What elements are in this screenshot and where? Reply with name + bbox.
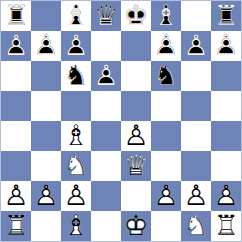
piece-fill-glyph: ♜ — [211, 1, 241, 31]
piece-fill-glyph: ♟ — [211, 31, 241, 61]
square-h7[interactable]: ♟♙ — [211, 31, 241, 61]
square-f2[interactable]: ♟♙ — [151, 181, 181, 211]
square-c2[interactable]: ♟♙ — [61, 181, 91, 211]
piece-fill-glyph: ♟ — [151, 31, 181, 61]
piece-fill-glyph: ♞ — [181, 211, 211, 241]
square-c4[interactable]: ♝♗ — [61, 121, 91, 151]
black-rook[interactable]: ♜♖ — [1, 1, 31, 31]
piece-fill-glyph: ♟ — [181, 181, 211, 211]
piece-fill-glyph: ♟ — [151, 181, 181, 211]
piece-fill-glyph: ♞ — [61, 151, 91, 181]
black-pawn[interactable]: ♟♙ — [181, 31, 211, 61]
square-a8[interactable]: ♜♖ — [1, 1, 31, 31]
square-e4[interactable]: ♟♙ — [121, 121, 151, 151]
piece-outline-glyph: ♗ — [61, 121, 91, 151]
piece-outline-glyph: ♙ — [181, 181, 211, 211]
square-h2[interactable]: ♟♙ — [211, 181, 241, 211]
piece-outline-glyph: ♙ — [181, 31, 211, 61]
piece-outline-glyph: ♘ — [181, 211, 211, 241]
piece-outline-glyph: ♙ — [121, 121, 151, 151]
black-bishop[interactable]: ♝♗ — [61, 1, 91, 31]
piece-fill-glyph: ♛ — [91, 1, 121, 31]
piece-outline-glyph: ♖ — [211, 211, 241, 241]
piece-outline-glyph: ♔ — [121, 211, 151, 241]
square-h8[interactable]: ♜♖ — [211, 1, 241, 31]
square-b6[interactable] — [31, 61, 61, 91]
white-pawn[interactable]: ♟♙ — [1, 181, 31, 211]
white-queen[interactable]: ♛♕ — [121, 151, 151, 181]
black-pawn[interactable]: ♟♙ — [151, 31, 181, 61]
square-d6[interactable]: ♟♙ — [91, 61, 121, 91]
square-c3[interactable]: ♞♘ — [61, 151, 91, 181]
square-c6[interactable]: ♞♘ — [61, 61, 91, 91]
piece-fill-glyph: ♟ — [1, 181, 31, 211]
piece-fill-glyph: ♚ — [121, 1, 151, 31]
piece-outline-glyph: ♙ — [91, 61, 121, 91]
square-b8[interactable] — [31, 1, 61, 31]
square-d3[interactable] — [91, 151, 121, 181]
piece-outline-glyph: ♙ — [211, 181, 241, 211]
piece-outline-glyph: ♙ — [151, 31, 181, 61]
piece-fill-glyph: ♟ — [61, 181, 91, 211]
piece-outline-glyph: ♙ — [61, 31, 91, 61]
square-f8[interactable]: ♝♗ — [151, 1, 181, 31]
piece-fill-glyph: ♟ — [31, 181, 61, 211]
square-h6[interactable] — [211, 61, 241, 91]
square-g8[interactable] — [181, 1, 211, 31]
piece-outline-glyph: ♙ — [211, 31, 241, 61]
piece-fill-glyph: ♛ — [121, 151, 151, 181]
white-pawn[interactable]: ♟♙ — [61, 181, 91, 211]
white-rook[interactable]: ♜♖ — [211, 211, 241, 241]
piece-fill-glyph: ♟ — [31, 31, 61, 61]
square-f5[interactable] — [151, 91, 181, 121]
piece-fill-glyph: ♜ — [1, 211, 31, 241]
square-f7[interactable]: ♟♙ — [151, 31, 181, 61]
square-h5[interactable] — [211, 91, 241, 121]
piece-outline-glyph: ♕ — [121, 151, 151, 181]
piece-outline-glyph: ♖ — [211, 1, 241, 31]
square-e8[interactable]: ♚♔ — [121, 1, 151, 31]
square-e2[interactable] — [121, 181, 151, 211]
square-e3[interactable]: ♛♕ — [121, 151, 151, 181]
square-g6[interactable] — [181, 61, 211, 91]
piece-outline-glyph: ♘ — [151, 61, 181, 91]
piece-fill-glyph: ♝ — [151, 1, 181, 31]
piece-outline-glyph: ♗ — [151, 1, 181, 31]
square-h4[interactable] — [211, 121, 241, 151]
black-pawn[interactable]: ♟♙ — [91, 61, 121, 91]
piece-fill-glyph: ♝ — [61, 1, 91, 31]
black-bishop[interactable]: ♝♗ — [151, 1, 181, 31]
piece-outline-glyph: ♙ — [31, 31, 61, 61]
square-b3[interactable] — [31, 151, 61, 181]
black-pawn[interactable]: ♟♙ — [61, 31, 91, 61]
white-pawn[interactable]: ♟♙ — [31, 181, 61, 211]
black-pawn[interactable]: ♟♙ — [1, 31, 31, 61]
white-bishop[interactable]: ♝♗ — [61, 211, 91, 241]
piece-fill-glyph: ♞ — [151, 61, 181, 91]
black-pawn[interactable]: ♟♙ — [211, 31, 241, 61]
square-e5[interactable] — [121, 91, 151, 121]
white-king[interactable]: ♚♔ — [121, 211, 151, 241]
piece-fill-glyph: ♟ — [181, 31, 211, 61]
black-pawn[interactable]: ♟♙ — [31, 31, 61, 61]
square-e7[interactable] — [121, 31, 151, 61]
piece-outline-glyph: ♕ — [91, 1, 121, 31]
square-a2[interactable]: ♟♙ — [1, 181, 31, 211]
piece-outline-glyph: ♖ — [1, 211, 31, 241]
piece-fill-glyph: ♜ — [1, 1, 31, 31]
square-h3[interactable] — [211, 151, 241, 181]
square-c7[interactable]: ♟♙ — [61, 31, 91, 61]
piece-fill-glyph: ♟ — [121, 121, 151, 151]
piece-outline-glyph: ♗ — [61, 1, 91, 31]
square-a3[interactable] — [1, 151, 31, 181]
white-pawn[interactable]: ♟♙ — [211, 181, 241, 211]
square-a7[interactable]: ♟♙ — [1, 31, 31, 61]
piece-fill-glyph: ♝ — [61, 121, 91, 151]
piece-outline-glyph: ♖ — [1, 1, 31, 31]
white-bishop[interactable]: ♝♗ — [61, 121, 91, 151]
white-pawn[interactable]: ♟♙ — [181, 181, 211, 211]
square-d4[interactable] — [91, 121, 121, 151]
white-knight[interactable]: ♞♘ — [181, 211, 211, 241]
square-g5[interactable] — [181, 91, 211, 121]
piece-fill-glyph: ♚ — [121, 211, 151, 241]
square-f4[interactable] — [151, 121, 181, 151]
piece-outline-glyph: ♘ — [61, 151, 91, 181]
piece-outline-glyph: ♔ — [121, 1, 151, 31]
piece-outline-glyph: ♙ — [1, 181, 31, 211]
square-c8[interactable]: ♝♗ — [61, 1, 91, 31]
square-b1[interactable] — [31, 211, 61, 241]
square-d5[interactable] — [91, 91, 121, 121]
piece-fill-glyph: ♟ — [61, 31, 91, 61]
square-a1[interactable]: ♜♖ — [1, 211, 31, 241]
black-rook[interactable]: ♜♖ — [211, 1, 241, 31]
piece-outline-glyph: ♙ — [1, 31, 31, 61]
square-h1[interactable]: ♜♖ — [211, 211, 241, 241]
square-b4[interactable] — [31, 121, 61, 151]
square-g3[interactable] — [181, 151, 211, 181]
square-c5[interactable] — [61, 91, 91, 121]
square-f1[interactable] — [151, 211, 181, 241]
piece-outline-glyph: ♗ — [61, 211, 91, 241]
square-g2[interactable]: ♟♙ — [181, 181, 211, 211]
piece-outline-glyph: ♙ — [31, 181, 61, 211]
square-f3[interactable] — [151, 151, 181, 181]
piece-fill-glyph: ♞ — [61, 61, 91, 91]
white-pawn[interactable]: ♟♙ — [151, 181, 181, 211]
piece-fill-glyph: ♟ — [1, 31, 31, 61]
piece-outline-glyph: ♙ — [61, 181, 91, 211]
black-knight[interactable]: ♞♘ — [61, 61, 91, 91]
black-king[interactable]: ♚♔ — [121, 1, 151, 31]
black-knight[interactable]: ♞♘ — [151, 61, 181, 91]
square-f6[interactable]: ♞♘ — [151, 61, 181, 91]
square-b2[interactable]: ♟♙ — [31, 181, 61, 211]
square-g7[interactable]: ♟♙ — [181, 31, 211, 61]
square-g4[interactable] — [181, 121, 211, 151]
white-rook[interactable]: ♜♖ — [1, 211, 31, 241]
square-c1[interactable]: ♝♗ — [61, 211, 91, 241]
square-e1[interactable]: ♚♔ — [121, 211, 151, 241]
piece-outline-glyph: ♘ — [61, 61, 91, 91]
piece-fill-glyph: ♝ — [61, 211, 91, 241]
square-g1[interactable]: ♞♘ — [181, 211, 211, 241]
white-pawn[interactable]: ♟♙ — [121, 121, 151, 151]
white-knight[interactable]: ♞♘ — [61, 151, 91, 181]
square-a4[interactable] — [1, 121, 31, 151]
piece-fill-glyph: ♜ — [211, 211, 241, 241]
square-a6[interactable] — [1, 61, 31, 91]
square-d7[interactable] — [91, 31, 121, 61]
piece-outline-glyph: ♙ — [151, 181, 181, 211]
black-queen[interactable]: ♛♕ — [91, 1, 121, 31]
piece-fill-glyph: ♟ — [91, 61, 121, 91]
square-e6[interactable] — [121, 61, 151, 91]
square-b7[interactable]: ♟♙ — [31, 31, 61, 61]
square-a5[interactable] — [1, 91, 31, 121]
square-d1[interactable] — [91, 211, 121, 241]
piece-fill-glyph: ♟ — [211, 181, 241, 211]
chess-board: ♜♖♝♗♛♕♚♔♝♗♜♖♟♙♟♙♟♙♟♙♟♙♟♙♞♘♟♙♞♘♝♗♟♙♞♘♛♕♟♙… — [0, 0, 242, 242]
square-d8[interactable]: ♛♕ — [91, 1, 121, 31]
square-d2[interactable] — [91, 181, 121, 211]
square-b5[interactable] — [31, 91, 61, 121]
